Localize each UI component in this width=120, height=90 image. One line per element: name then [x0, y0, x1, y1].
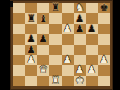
square-c1[interactable] [37, 76, 49, 86]
square-f1[interactable]: ♚ [74, 76, 86, 86]
square-f6[interactable]: ♟ [74, 24, 86, 34]
square-e2[interactable] [62, 65, 74, 75]
square-a8[interactable] [13, 3, 25, 13]
black-rook[interactable]: ♜ [51, 3, 60, 13]
black-rook[interactable]: ♜ [27, 13, 36, 23]
white-queen[interactable]: ♛ [39, 65, 48, 75]
black-pawn[interactable]: ♟ [87, 23, 96, 33]
black-king[interactable]: ♚ [99, 3, 108, 13]
square-c7[interactable]: ♝ [37, 13, 49, 23]
square-e3[interactable]: ♟ [62, 55, 74, 65]
square-g4[interactable] [86, 45, 98, 55]
square-a4[interactable] [13, 45, 25, 55]
square-h7[interactable] [98, 13, 110, 23]
white-pawn[interactable]: ♟ [99, 55, 108, 65]
square-h3[interactable]: ♟ [98, 55, 110, 65]
square-d7[interactable] [49, 13, 61, 23]
white-pawn[interactable]: ♟ [63, 55, 72, 65]
square-c4[interactable] [37, 45, 49, 55]
square-e5[interactable] [62, 34, 74, 44]
square-d8[interactable]: ♜ [49, 3, 61, 13]
square-b1[interactable] [25, 76, 37, 86]
square-a1[interactable] [13, 76, 25, 86]
square-h5[interactable] [98, 34, 110, 44]
square-g6[interactable]: ♟ [86, 24, 98, 34]
square-e8[interactable] [62, 3, 74, 13]
square-a7[interactable] [13, 13, 25, 23]
square-h6[interactable] [98, 24, 110, 34]
square-d3[interactable] [49, 55, 61, 65]
square-g1[interactable] [86, 76, 98, 86]
white-pawn[interactable]: ♟ [87, 65, 96, 75]
square-d5[interactable] [49, 34, 61, 44]
square-g5[interactable] [86, 34, 98, 44]
square-b7[interactable]: ♜ [25, 13, 37, 23]
square-f4[interactable] [74, 45, 86, 55]
square-e1[interactable] [62, 76, 74, 86]
white-king[interactable]: ♚ [75, 75, 84, 85]
white-rook[interactable]: ♜ [51, 75, 60, 85]
square-f5[interactable] [74, 34, 86, 44]
square-b3[interactable]: ♟ [25, 55, 37, 65]
square-c5[interactable]: ♟ [37, 34, 49, 44]
square-e6[interactable]: ♟ [62, 24, 74, 34]
white-pawn[interactable]: ♟ [27, 55, 36, 65]
square-g8[interactable] [86, 3, 98, 13]
screenshot-canvas: ♜♞♚♜♝♟♟♟♟♟♟♟♟♟♟♛♟♟♜♚ [0, 0, 120, 90]
square-a2[interactable] [13, 65, 25, 75]
square-g2[interactable]: ♟ [86, 65, 98, 75]
black-pawn[interactable]: ♟ [39, 34, 48, 44]
square-a6[interactable] [13, 24, 25, 34]
square-h8[interactable]: ♚ [98, 3, 110, 13]
square-a3[interactable] [13, 55, 25, 65]
black-bishop[interactable]: ♝ [39, 13, 48, 23]
square-c2[interactable]: ♛ [37, 65, 49, 75]
square-a5[interactable] [13, 34, 25, 44]
square-d1[interactable]: ♜ [49, 76, 61, 86]
white-pawn[interactable]: ♟ [63, 23, 72, 33]
chess-board[interactable]: ♜♞♚♜♝♟♟♟♟♟♟♟♟♟♟♛♟♟♜♚ [13, 3, 110, 86]
square-d4[interactable] [49, 45, 61, 55]
square-h2[interactable] [98, 65, 110, 75]
square-h1[interactable] [98, 76, 110, 86]
square-b2[interactable] [25, 65, 37, 75]
black-pawn[interactable]: ♟ [75, 23, 84, 33]
square-d6[interactable] [49, 24, 61, 34]
